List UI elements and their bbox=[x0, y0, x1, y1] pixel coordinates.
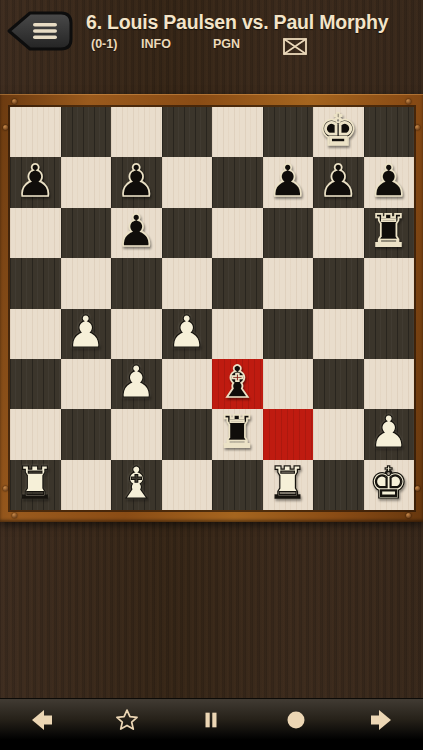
white-bishop-c1: ♝ bbox=[117, 461, 156, 505]
square-g1[interactable] bbox=[313, 460, 364, 510]
square-c2[interactable] bbox=[111, 409, 162, 459]
square-f1[interactable]: ♜ bbox=[263, 460, 314, 510]
black-king-g8: ♚ bbox=[319, 108, 358, 152]
game-result-badge: (0-1) bbox=[91, 37, 117, 51]
square-a7[interactable]: ♟ bbox=[10, 157, 61, 207]
square-g5[interactable] bbox=[313, 258, 364, 308]
white-king-h1: ♚ bbox=[369, 461, 408, 505]
square-b1[interactable] bbox=[61, 460, 112, 510]
square-g6[interactable] bbox=[313, 208, 364, 258]
square-e2[interactable]: ♜ bbox=[212, 409, 263, 459]
pause-autoplay-button[interactable] bbox=[197, 707, 225, 733]
square-a3[interactable] bbox=[10, 359, 61, 409]
white-rook-a1: ♜ bbox=[16, 461, 55, 505]
square-f7[interactable]: ♟ bbox=[263, 157, 314, 207]
square-a1[interactable]: ♜ bbox=[10, 460, 61, 510]
circle-icon bbox=[284, 708, 308, 732]
square-b4[interactable]: ♟ bbox=[61, 309, 112, 359]
black-pawn-f7: ♟ bbox=[268, 159, 307, 203]
square-g2[interactable] bbox=[313, 409, 364, 459]
frame-nail-icon bbox=[12, 513, 17, 518]
square-a5[interactable] bbox=[10, 258, 61, 308]
square-f2[interactable] bbox=[263, 409, 314, 459]
frame-nail-icon bbox=[415, 486, 420, 491]
square-h8[interactable] bbox=[364, 107, 415, 157]
square-b6[interactable] bbox=[61, 208, 112, 258]
square-d6[interactable] bbox=[162, 208, 213, 258]
square-g4[interactable] bbox=[313, 309, 364, 359]
mail-share-button[interactable] bbox=[283, 38, 307, 55]
square-e3[interactable]: ♝ bbox=[212, 359, 263, 409]
frame-nail-icon bbox=[3, 486, 8, 491]
square-b2[interactable] bbox=[61, 409, 112, 459]
arrow-right-icon bbox=[368, 708, 394, 732]
square-f3[interactable] bbox=[263, 359, 314, 409]
square-c8[interactable] bbox=[111, 107, 162, 157]
square-b7[interactable] bbox=[61, 157, 112, 207]
square-b5[interactable] bbox=[61, 258, 112, 308]
square-h5[interactable] bbox=[364, 258, 415, 308]
hamburger-menu-icon bbox=[33, 23, 57, 39]
square-h6[interactable]: ♜ bbox=[364, 208, 415, 258]
arrow-left-icon bbox=[29, 708, 55, 732]
info-tab[interactable]: INFO bbox=[141, 37, 171, 51]
square-d3[interactable] bbox=[162, 359, 213, 409]
square-e1[interactable] bbox=[212, 460, 263, 510]
square-a4[interactable] bbox=[10, 309, 61, 359]
square-c5[interactable] bbox=[111, 258, 162, 308]
square-e4[interactable] bbox=[212, 309, 263, 359]
frame-nail-icon bbox=[406, 513, 411, 518]
square-c1[interactable]: ♝ bbox=[111, 460, 162, 510]
square-c6[interactable]: ♟ bbox=[111, 208, 162, 258]
record-circle-button[interactable] bbox=[282, 707, 310, 733]
bookmark-star-button[interactable] bbox=[113, 707, 141, 733]
square-h4[interactable] bbox=[364, 309, 415, 359]
square-h2[interactable]: ♟ bbox=[364, 409, 415, 459]
square-h1[interactable]: ♚ bbox=[364, 460, 415, 510]
black-pawn-c6: ♟ bbox=[117, 209, 156, 253]
black-rook-e2: ♜ bbox=[218, 410, 257, 454]
black-pawn-g7: ♟ bbox=[319, 159, 358, 203]
black-rook-h6: ♜ bbox=[369, 209, 408, 253]
square-d5[interactable] bbox=[162, 258, 213, 308]
black-pawn-a7: ♟ bbox=[16, 159, 55, 203]
pgn-tab[interactable]: PGN bbox=[213, 37, 240, 51]
previous-move-button[interactable] bbox=[28, 707, 56, 733]
white-pawn-h2: ♟ bbox=[369, 410, 408, 454]
board-frame: ♚♟♟♟♟♟♟♜♟♟♟♝♜♟♜♝♜♚ bbox=[0, 94, 423, 522]
white-pawn-d4: ♟ bbox=[167, 310, 206, 354]
black-pawn-c7: ♟ bbox=[117, 159, 156, 203]
square-c4[interactable] bbox=[111, 309, 162, 359]
square-g3[interactable] bbox=[313, 359, 364, 409]
square-d2[interactable] bbox=[162, 409, 213, 459]
playback-toolbar bbox=[0, 698, 423, 750]
black-bishop-e3: ♝ bbox=[218, 360, 257, 404]
square-c3[interactable]: ♟ bbox=[111, 359, 162, 409]
square-e6[interactable] bbox=[212, 208, 263, 258]
square-h3[interactable] bbox=[364, 359, 415, 409]
frame-nail-icon bbox=[406, 99, 411, 104]
white-pawn-c3: ♟ bbox=[117, 360, 156, 404]
square-g7[interactable]: ♟ bbox=[313, 157, 364, 207]
star-icon bbox=[114, 707, 140, 733]
chess-app-screen: 6. Louis Paulsen vs. Paul Morphy (0-1) I… bbox=[0, 0, 423, 750]
next-move-button[interactable] bbox=[367, 707, 395, 733]
back-menu-button[interactable] bbox=[5, 10, 77, 54]
square-e8[interactable] bbox=[212, 107, 263, 157]
square-g8[interactable]: ♚ bbox=[313, 107, 364, 157]
pause-icon bbox=[200, 708, 222, 732]
square-f5[interactable] bbox=[263, 258, 314, 308]
frame-nail-icon bbox=[415, 125, 420, 130]
square-a8[interactable] bbox=[10, 107, 61, 157]
square-d8[interactable] bbox=[162, 107, 213, 157]
square-b3[interactable] bbox=[61, 359, 112, 409]
square-f8[interactable] bbox=[263, 107, 314, 157]
square-c7[interactable]: ♟ bbox=[111, 157, 162, 207]
square-f6[interactable] bbox=[263, 208, 314, 258]
white-rook-f1: ♜ bbox=[268, 461, 307, 505]
square-d4[interactable]: ♟ bbox=[162, 309, 213, 359]
page-title: 6. Louis Paulsen vs. Paul Morphy bbox=[86, 11, 416, 34]
square-b8[interactable] bbox=[61, 107, 112, 157]
square-e7[interactable] bbox=[212, 157, 263, 207]
square-a6[interactable] bbox=[10, 208, 61, 258]
black-pawn-h7: ♟ bbox=[369, 159, 408, 203]
white-pawn-b4: ♟ bbox=[66, 310, 105, 354]
chess-board: ♚♟♟♟♟♟♟♜♟♟♟♝♜♟♜♝♜♚ bbox=[10, 107, 414, 510]
header: 6. Louis Paulsen vs. Paul Morphy (0-1) I… bbox=[0, 0, 423, 94]
square-d7[interactable] bbox=[162, 157, 213, 207]
frame-nail-icon bbox=[3, 125, 8, 130]
square-f4[interactable] bbox=[263, 309, 314, 359]
frame-nail-icon bbox=[12, 99, 17, 104]
square-h7[interactable]: ♟ bbox=[364, 157, 415, 207]
square-e5[interactable] bbox=[212, 258, 263, 308]
envelope-icon bbox=[283, 38, 307, 55]
square-a2[interactable] bbox=[10, 409, 61, 459]
square-d1[interactable] bbox=[162, 460, 213, 510]
